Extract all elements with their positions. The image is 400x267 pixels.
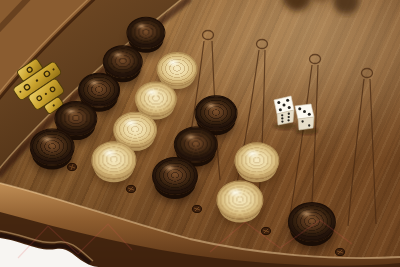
checker-dark[interactable] bbox=[288, 202, 336, 242]
checker-dark[interactable] bbox=[126, 17, 165, 49]
checker-dark[interactable] bbox=[152, 157, 198, 195]
checker-light[interactable] bbox=[91, 141, 136, 178]
backgammon-photo-scene bbox=[0, 0, 400, 267]
checker-dark[interactable] bbox=[195, 95, 238, 131]
checker-dark[interactable] bbox=[30, 129, 75, 166]
checker-light[interactable] bbox=[157, 52, 198, 86]
checkers-layer bbox=[0, 0, 400, 267]
checker-light[interactable] bbox=[216, 180, 263, 219]
checker-dark[interactable] bbox=[102, 45, 143, 79]
checker-light[interactable] bbox=[234, 142, 279, 179]
